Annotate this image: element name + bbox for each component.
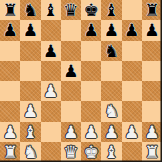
square-e6[interactable]: [81, 41, 101, 61]
square-f4[interactable]: [101, 81, 121, 101]
square-e8[interactable]: ♚: [81, 0, 101, 20]
square-g4[interactable]: [122, 81, 142, 101]
square-a1[interactable]: ♜: [0, 142, 20, 162]
square-g7[interactable]: ♟: [122, 20, 142, 40]
black-pawn[interactable]: ♟: [144, 20, 159, 40]
square-b1[interactable]: ♞: [20, 142, 40, 162]
square-b4[interactable]: [20, 81, 40, 101]
white-bishop[interactable]: ♝: [104, 142, 119, 162]
square-b2[interactable]: ♝: [20, 122, 40, 142]
square-b6[interactable]: [20, 41, 40, 61]
square-g6[interactable]: [122, 41, 142, 61]
square-a8[interactable]: ♜: [0, 0, 20, 20]
white-pawn[interactable]: ♟: [144, 122, 159, 142]
square-e5[interactable]: [81, 61, 101, 81]
square-e7[interactable]: ♟: [81, 20, 101, 40]
black-pawn[interactable]: ♟: [104, 20, 119, 40]
black-rook[interactable]: ♜: [144, 0, 159, 20]
square-a2[interactable]: ♟: [0, 122, 20, 142]
square-e1[interactable]: ♚: [81, 142, 101, 162]
white-pawn[interactable]: ♟: [63, 122, 78, 142]
square-f1[interactable]: ♝: [101, 142, 121, 162]
square-h7[interactable]: ♟: [142, 20, 162, 40]
square-b3[interactable]: ♟: [20, 101, 40, 121]
square-a4[interactable]: [0, 81, 20, 101]
square-g1[interactable]: [122, 142, 142, 162]
black-pawn[interactable]: ♟: [124, 20, 139, 40]
square-f3[interactable]: ♞: [101, 101, 121, 121]
black-bishop[interactable]: ♝: [104, 0, 119, 20]
square-a6[interactable]: [0, 41, 20, 61]
white-rook[interactable]: ♜: [3, 142, 18, 162]
square-d4[interactable]: [61, 81, 81, 101]
square-g5[interactable]: [122, 61, 142, 81]
square-g8[interactable]: [122, 0, 142, 20]
square-c5[interactable]: [41, 61, 61, 81]
white-pawn[interactable]: ♟: [124, 122, 139, 142]
black-pawn[interactable]: ♟: [84, 20, 99, 40]
square-a5[interactable]: [0, 61, 20, 81]
square-b5[interactable]: [20, 61, 40, 81]
square-f2[interactable]: ♟: [101, 122, 121, 142]
black-queen[interactable]: ♛: [63, 0, 78, 20]
square-c4[interactable]: ♟: [41, 81, 61, 101]
square-a7[interactable]: ♟: [0, 20, 20, 40]
white-king[interactable]: ♚: [84, 142, 99, 162]
square-e3[interactable]: [81, 101, 101, 121]
square-g3[interactable]: [122, 101, 142, 121]
square-h1[interactable]: ♜: [142, 142, 162, 162]
square-f5[interactable]: [101, 61, 121, 81]
square-h4[interactable]: [142, 81, 162, 101]
square-d7[interactable]: [61, 20, 81, 40]
square-h2[interactable]: ♟: [142, 122, 162, 142]
black-pawn[interactable]: ♟: [3, 20, 18, 40]
square-f8[interactable]: ♝: [101, 0, 121, 20]
white-bishop[interactable]: ♝: [23, 122, 38, 142]
square-h8[interactable]: ♜: [142, 0, 162, 20]
square-b8[interactable]: ♞: [20, 0, 40, 20]
square-f7[interactable]: ♟: [101, 20, 121, 40]
square-h6[interactable]: [142, 41, 162, 61]
square-d8[interactable]: ♛: [61, 0, 81, 20]
square-f6[interactable]: ♞: [101, 41, 121, 61]
chess-board-window: ♜♞♝♛♚♝♜♟♟♟♟♟♟♟♞♟♟♟♞♟♝♟♟♟♟♟♜♞♛♚♝♜: [0, 0, 162, 162]
square-c7[interactable]: [41, 20, 61, 40]
white-queen[interactable]: ♛: [63, 142, 78, 162]
white-pawn[interactable]: ♟: [23, 101, 38, 121]
square-c3[interactable]: [41, 101, 61, 121]
square-e2[interactable]: ♟: [81, 122, 101, 142]
black-knight[interactable]: ♞: [23, 0, 38, 20]
square-d5[interactable]: ♟: [61, 61, 81, 81]
black-knight[interactable]: ♞: [104, 41, 119, 61]
black-bishop[interactable]: ♝: [43, 0, 58, 20]
square-h5[interactable]: [142, 61, 162, 81]
square-d3[interactable]: [61, 101, 81, 121]
white-knight[interactable]: ♞: [104, 101, 119, 121]
square-b7[interactable]: ♟: [20, 20, 40, 40]
square-c2[interactable]: [41, 122, 61, 142]
black-pawn[interactable]: ♟: [63, 61, 78, 81]
square-c1[interactable]: [41, 142, 61, 162]
square-h3[interactable]: [142, 101, 162, 121]
square-d1[interactable]: ♛: [61, 142, 81, 162]
black-pawn[interactable]: ♟: [43, 41, 58, 61]
black-king[interactable]: ♚: [84, 0, 99, 20]
square-d6[interactable]: [61, 41, 81, 61]
black-rook[interactable]: ♜: [3, 0, 18, 20]
white-pawn[interactable]: ♟: [43, 81, 58, 101]
white-pawn[interactable]: ♟: [84, 122, 99, 142]
white-pawn[interactable]: ♟: [3, 122, 18, 142]
white-rook[interactable]: ♜: [144, 142, 159, 162]
square-c8[interactable]: ♝: [41, 0, 61, 20]
white-knight[interactable]: ♞: [23, 142, 38, 162]
black-pawn[interactable]: ♟: [23, 20, 38, 40]
square-c6[interactable]: ♟: [41, 41, 61, 61]
square-a3[interactable]: [0, 101, 20, 121]
white-pawn[interactable]: ♟: [104, 122, 119, 142]
chess-board: ♜♞♝♛♚♝♜♟♟♟♟♟♟♟♞♟♟♟♞♟♝♟♟♟♟♟♜♞♛♚♝♜: [0, 0, 162, 162]
square-g2[interactable]: ♟: [122, 122, 142, 142]
square-e4[interactable]: [81, 81, 101, 101]
square-d2[interactable]: ♟: [61, 122, 81, 142]
